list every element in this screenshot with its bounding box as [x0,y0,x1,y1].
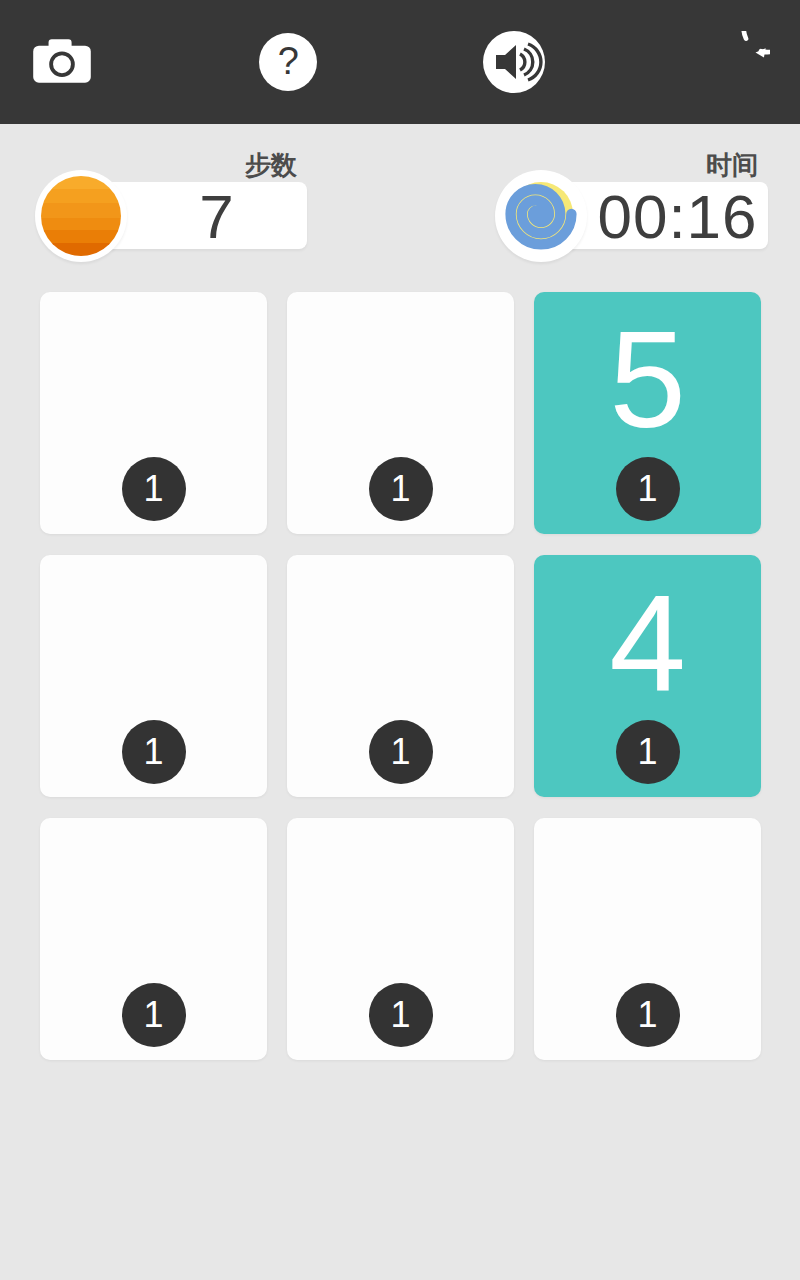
camera-button[interactable] [30,34,94,91]
tile-badge: 1 [616,720,680,784]
restart-button[interactable] [710,31,770,94]
tile-value [287,818,514,826]
tile-value [40,818,267,826]
orange-ball-icon [41,176,121,256]
moves-value: 7 [127,182,307,249]
tile-badge: 1 [122,983,186,1047]
topbar: ? [0,0,800,124]
tile-r1c3[interactable]: 51 [534,292,761,534]
restart-icon [710,31,770,94]
tile-badge: 1 [369,720,433,784]
tile-badge: 1 [122,457,186,521]
tile-r3c3[interactable]: 1 [534,818,761,1060]
tile-r2c1[interactable]: 1 [40,555,267,797]
tile-r1c1[interactable]: 1 [40,292,267,534]
tile-value: 5 [534,292,761,459]
stats-row: 步数 7 时间 00:16 [0,150,800,249]
sound-button[interactable] [483,31,545,93]
tile-badge: 1 [369,983,433,1047]
tile-value [40,292,267,300]
tile-r2c3[interactable]: 41 [534,555,761,797]
tile-badge: 1 [616,983,680,1047]
tile-value [40,555,267,563]
time-icon [495,170,587,262]
tile-value: 4 [534,555,761,722]
tile-value [534,818,761,826]
moves-panel: 步数 7 [30,150,307,249]
tile-r1c2[interactable]: 1 [287,292,514,534]
tile-r3c2[interactable]: 1 [287,818,514,1060]
help-icon: ? [259,33,317,91]
moves-icon [35,170,127,262]
swirl-icon [501,174,581,258]
tile-badge: 1 [122,720,186,784]
help-glyph: ? [278,42,299,80]
game-board: 11511141111 [40,292,761,1060]
tile-badge: 1 [616,457,680,521]
tile-value [287,292,514,300]
help-button[interactable]: ? [259,33,317,91]
tile-badge: 1 [369,457,433,521]
camera-icon [30,34,94,91]
tile-r2c2[interactable]: 1 [287,555,514,797]
tile-value [287,555,514,563]
time-panel: 时间 00:16 [497,150,768,249]
time-value: 00:16 [587,182,768,249]
tile-r3c1[interactable]: 1 [40,818,267,1060]
speaker-icon [483,31,545,93]
